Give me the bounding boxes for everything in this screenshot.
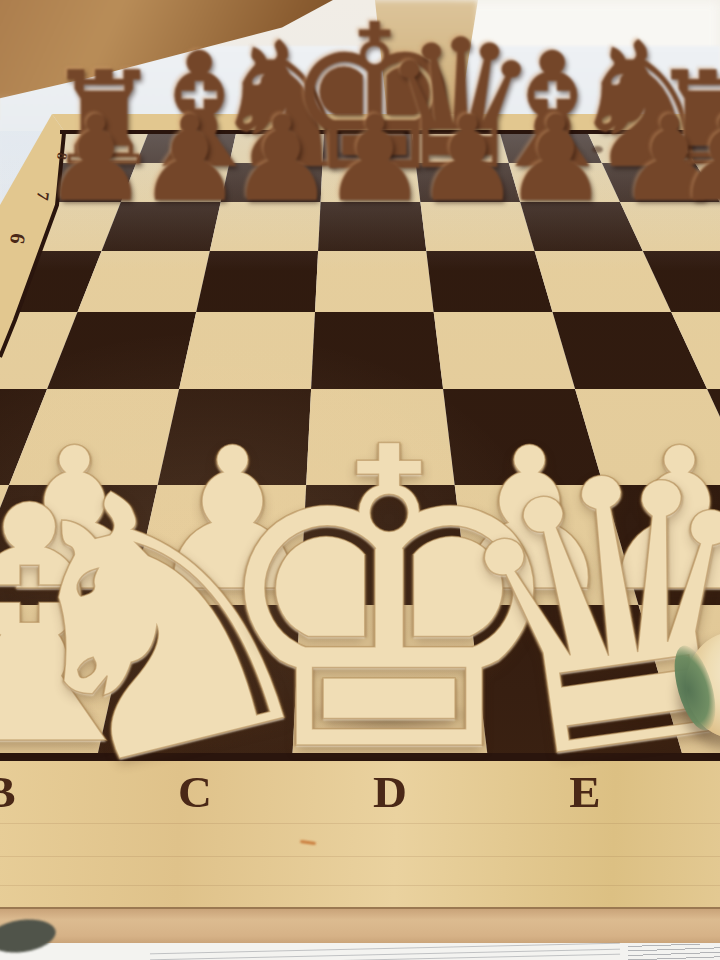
file-label-E: E [555,770,615,814]
file-label-D: D [360,770,420,814]
newspaper-text [150,941,620,960]
board-bottom-border: BCDE [0,753,720,915]
board-top-border [52,114,720,131]
border-brand-mark [592,146,603,153]
wood-knot [300,840,316,845]
board-side-edge [0,907,720,945]
chess-photo-scene: BCDE 876 ♜♝♞♚♛♝♞♜♟♟♟♟♟♟♟♟♟♟♟♟♝♞♚♛ [0,0,720,960]
newspaper-text [628,944,720,960]
newspaper [0,943,720,960]
file-label-C: C [165,770,225,814]
file-label-B: B [0,770,30,814]
